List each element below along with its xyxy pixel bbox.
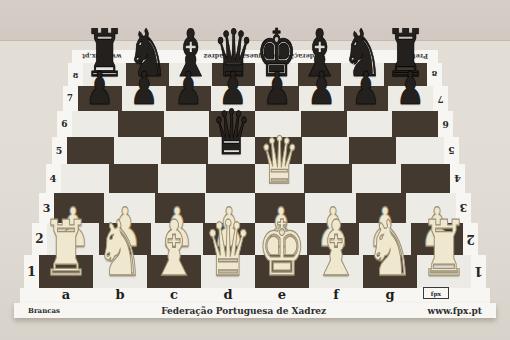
white-bishop-c1[interactable]: ♝ — [150, 211, 198, 288]
square-a5[interactable] — [67, 137, 114, 164]
rank-label-4-right: 4 — [450, 164, 465, 193]
website-label: www.fpx.pt — [427, 306, 482, 316]
square-h7[interactable]: ♟ — [388, 86, 432, 111]
square-c4[interactable] — [158, 164, 207, 193]
square-h4[interactable] — [401, 164, 450, 193]
square-g6[interactable] — [347, 111, 393, 137]
chess-mat: Pretas Federação Portuguesa de Xadrez ww… — [0, 50, 510, 318]
rank-label-6-right: 6 — [438, 111, 453, 137]
rank-label-6-left: 6 — [57, 111, 72, 137]
square-a6[interactable] — [72, 111, 118, 137]
rank-row-1: 1♜♞♝♛♚♝♞♜1 — [24, 255, 486, 288]
square-b5[interactable] — [114, 137, 161, 164]
fpx-logo-text: fpx — [431, 290, 441, 297]
square-c5[interactable] — [161, 137, 208, 164]
square-c6[interactable] — [164, 111, 210, 137]
rank-label-1-left: 1 — [24, 255, 39, 288]
square-g1[interactable]: ♞ — [363, 255, 417, 288]
square-d4[interactable] — [206, 164, 255, 193]
file-row-corner-left — [20, 288, 39, 303]
mat-bottom-margin: Brancas Federação Portuguesa de Xadrez w… — [14, 303, 496, 318]
white-knight-g1[interactable]: ♞ — [366, 211, 414, 288]
fpx-logo-sticker: fpx — [423, 287, 449, 299]
black-pawn-h7[interactable]: ♟ — [396, 66, 425, 111]
rank-label-7-left: 7 — [63, 86, 78, 111]
square-d5[interactable]: ♛ — [208, 137, 255, 164]
white-king-e1[interactable]: ♚ — [258, 211, 306, 288]
square-b7[interactable]: ♟ — [122, 86, 166, 111]
square-b4[interactable] — [109, 164, 158, 193]
black-pawn-f7[interactable]: ♟ — [307, 66, 336, 111]
square-a7[interactable]: ♟ — [78, 86, 122, 111]
square-g5[interactable] — [349, 137, 396, 164]
square-e1[interactable]: ♚ — [255, 255, 309, 288]
chess-set-photo: Pretas Federação Portuguesa de Xadrez ww… — [0, 0, 510, 340]
square-d1[interactable]: ♛ — [201, 255, 255, 288]
square-b1[interactable]: ♞ — [93, 255, 147, 288]
white-rook-h1[interactable]: ♜ — [420, 211, 468, 288]
square-f5[interactable] — [302, 137, 349, 164]
black-pawn-e7[interactable]: ♟ — [263, 66, 292, 111]
square-e7[interactable]: ♟ — [255, 86, 299, 111]
rank-label-7-right: 7 — [433, 86, 448, 111]
square-a1[interactable]: ♜ — [39, 255, 93, 288]
square-g7[interactable]: ♟ — [344, 86, 388, 111]
square-h5[interactable] — [396, 137, 443, 164]
square-h1[interactable]: ♜ — [417, 255, 471, 288]
square-f4[interactable] — [304, 164, 353, 193]
chess-board: 8♜♞♝♛♚♝♞♜87♟♟♟♟♟♟♟♟7665♛54♛4332♟♟♟♟♟♟♟♟2… — [24, 63, 486, 288]
rank-label-8-right: 8 — [427, 63, 442, 86]
square-c1[interactable]: ♝ — [147, 255, 201, 288]
white-rook-a1[interactable]: ♜ — [42, 211, 90, 288]
black-pawn-b7[interactable]: ♟ — [130, 66, 159, 111]
square-h6[interactable] — [392, 111, 438, 137]
square-e4[interactable]: ♛ — [255, 164, 304, 193]
white-bishop-f1[interactable]: ♝ — [312, 211, 360, 288]
rank-row-8: 8♜♞♝♛♚♝♞♜8 — [68, 63, 442, 86]
square-f1[interactable]: ♝ — [309, 255, 363, 288]
square-c7[interactable]: ♟ — [166, 86, 210, 111]
square-b6[interactable] — [118, 111, 164, 137]
white-queen-e4[interactable]: ♛ — [259, 128, 300, 193]
federation-label: Federação Portuguesa de Xadrez — [161, 306, 326, 316]
square-a4[interactable] — [61, 164, 110, 193]
rank-label-5-right: 5 — [444, 137, 459, 164]
rank-row-7: 7♟♟♟♟♟♟♟♟7 — [63, 86, 448, 111]
black-pawn-a7[interactable]: ♟ — [85, 66, 114, 111]
white-queen-d1[interactable]: ♛ — [204, 211, 252, 288]
white-side-label: Brancas — [28, 306, 60, 315]
black-queen-d5[interactable]: ♛ — [212, 102, 251, 164]
rank-row-5: 5♛5 — [52, 137, 459, 164]
file-row-corner-right — [471, 288, 490, 303]
rank-label-8-left: 8 — [68, 63, 83, 86]
white-knight-b1[interactable]: ♞ — [96, 211, 144, 288]
black-pawn-c7[interactable]: ♟ — [174, 66, 203, 111]
rank-label-5-left: 5 — [52, 137, 67, 164]
rank-label-1-right: 1 — [471, 255, 486, 288]
square-f6[interactable] — [301, 111, 347, 137]
rank-label-4-left: 4 — [46, 164, 61, 193]
square-f7[interactable]: ♟ — [299, 86, 343, 111]
rank-row-6: 66 — [57, 111, 453, 137]
black-pawn-g7[interactable]: ♟ — [352, 66, 381, 111]
square-g4[interactable] — [352, 164, 401, 193]
rank-row-4: 4♛4 — [46, 164, 465, 193]
